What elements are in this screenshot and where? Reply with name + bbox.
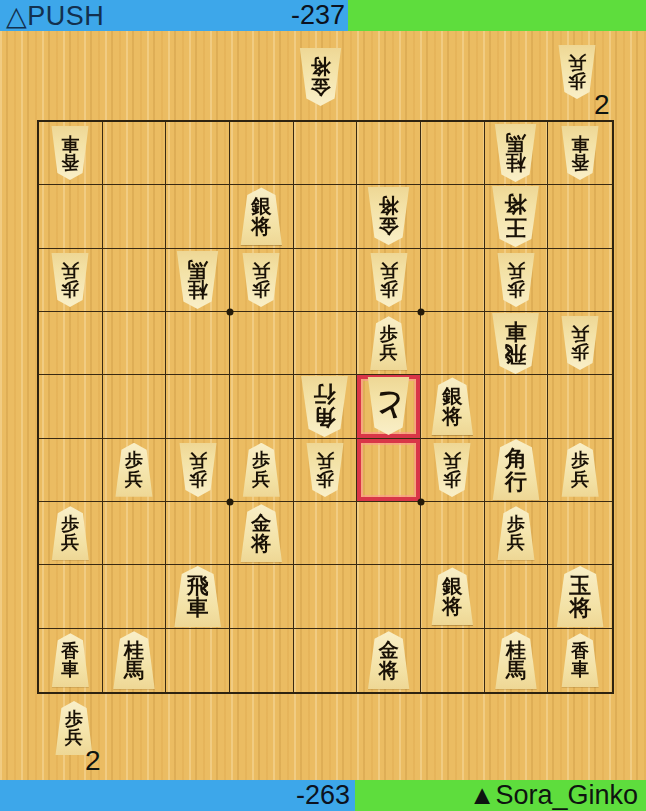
sente-eval-score: -263 (296, 780, 350, 811)
piece-kanji: 馬 (506, 133, 526, 153)
piece-kanji: 兵 (507, 261, 525, 279)
piece-kanji: 車 (61, 135, 79, 153)
square-8g[interactable] (103, 502, 167, 565)
piece-kanji: 兵 (443, 451, 461, 469)
gote-info-segment: △PUSH -237 (0, 0, 348, 31)
piece-kanji: 将 (379, 660, 399, 680)
piece-sente-歩兵[interactable]: 歩兵 (240, 443, 282, 497)
piece-sente-金将[interactable]: 金将 (365, 631, 412, 689)
square-7a[interactable] (166, 122, 230, 185)
sente-eval-segment: -263 (0, 780, 355, 811)
square-5i[interactable] (294, 629, 358, 692)
piece-kanji: 兵 (316, 451, 334, 469)
square-6c[interactable]: 歩兵 (230, 249, 294, 312)
square-8a[interactable] (103, 122, 167, 185)
square-1i[interactable]: 香車 (548, 629, 612, 692)
piece-gote-歩兵[interactable]: 歩兵 (240, 253, 282, 307)
square-6b[interactable]: 銀将 (230, 185, 294, 248)
piece-kanji: 歩 (316, 470, 334, 488)
square-5d[interactable] (294, 312, 358, 375)
square-3d[interactable] (421, 312, 485, 375)
square-8i[interactable]: 桂馬 (103, 629, 167, 692)
square-5f[interactable]: 歩兵 (294, 439, 358, 502)
square-8h[interactable] (103, 565, 167, 628)
hand-piece[interactable]: 金将 (297, 48, 344, 106)
piece-kanji: 兵 (571, 325, 589, 343)
square-7b[interactable] (166, 185, 230, 248)
square-4f[interactable] (357, 439, 421, 502)
piece-kanji: 車 (61, 660, 79, 678)
piece-kanji: 銀 (442, 576, 462, 596)
sente-info-segment: ▲Sora_Ginko (355, 780, 646, 811)
square-1f[interactable]: 歩兵 (548, 439, 612, 502)
piece-kanji: 行 (314, 384, 336, 406)
square-3g[interactable] (421, 502, 485, 565)
piece-kanji: 将 (505, 194, 527, 216)
square-3a[interactable] (421, 122, 485, 185)
piece-gote-香車[interactable]: 香車 (559, 126, 601, 180)
hoshi-dot (227, 499, 234, 506)
piece-kanji: 歩 (568, 72, 586, 90)
hand-sente-歩兵[interactable]: 歩兵2 (53, 701, 95, 755)
square-4a[interactable] (357, 122, 421, 185)
square-2f[interactable]: 角行 (485, 439, 549, 502)
piece-sente-玉将[interactable]: 玉将 (554, 566, 607, 627)
square-7e[interactable] (166, 375, 230, 438)
piece-kanji: 歩 (507, 280, 525, 298)
piece-kanji: 桂 (506, 153, 526, 173)
piece-kanji: 兵 (380, 343, 398, 361)
gote-eval-score: -237 (291, 0, 345, 31)
piece-sente-飛車[interactable]: 飛車 (171, 566, 224, 627)
square-4g[interactable] (357, 502, 421, 565)
square-2h[interactable] (485, 565, 549, 628)
square-6e[interactable] (230, 375, 294, 438)
piece-kanji: 将 (569, 596, 591, 618)
hand-gote-歩兵[interactable]: 歩兵2 (556, 45, 598, 99)
piece-kanji: 車 (187, 596, 209, 618)
sente-player-name: ▲Sora_Ginko (469, 780, 638, 811)
piece-kanji: 王 (505, 216, 527, 238)
piece-kanji: 兵 (189, 451, 207, 469)
piece-sente-金将[interactable]: 金将 (238, 504, 285, 562)
top-bar-green-segment (348, 0, 646, 31)
piece-sente-歩兵[interactable]: 歩兵 (495, 506, 537, 560)
square-1a[interactable]: 香車 (548, 122, 612, 185)
piece-sente-銀将[interactable]: 銀将 (429, 567, 476, 625)
piece-gote-金将[interactable]: 金将 (365, 187, 412, 245)
piece-kanji: 車 (505, 321, 527, 343)
piece-kanji: 歩 (380, 280, 398, 298)
piece-sente-銀将[interactable]: 銀将 (238, 187, 285, 245)
square-3f[interactable]: 歩兵 (421, 439, 485, 502)
square-8f[interactable]: 歩兵 (103, 439, 167, 502)
square-2e[interactable] (485, 375, 549, 438)
square-4i[interactable]: 金将 (357, 629, 421, 692)
piece-kanji: 馬 (506, 660, 526, 680)
square-7i[interactable] (166, 629, 230, 692)
piece-gote-歩兵[interactable]: 歩兵 (495, 253, 537, 307)
piece-kanji: 香 (571, 153, 589, 171)
piece-kanji: 玉 (569, 574, 591, 596)
square-6a[interactable] (230, 122, 294, 185)
piece-gote-歩兵[interactable]: 歩兵 (177, 443, 219, 497)
square-2d[interactable]: 飛車 (485, 312, 549, 375)
square-8b[interactable] (103, 185, 167, 248)
square-7c[interactable]: 桂馬 (166, 249, 230, 312)
hoshi-dot (227, 309, 234, 316)
piece-kanji: 角 (505, 447, 527, 469)
square-5h[interactable] (294, 565, 358, 628)
piece-gote-歩兵[interactable]: 歩兵 (559, 316, 601, 370)
piece-kanji: 馬 (188, 259, 208, 279)
square-8e[interactable] (103, 375, 167, 438)
square-4h[interactable] (357, 565, 421, 628)
piece-kanji: 将 (442, 596, 462, 616)
piece-kanji: 兵 (65, 728, 83, 746)
square-5b[interactable] (294, 185, 358, 248)
square-3e[interactable]: 銀将 (421, 375, 485, 438)
piece-kanji: 銀 (251, 196, 271, 216)
square-9d[interactable] (39, 312, 103, 375)
piece-gote-角行[interactable]: 角行 (298, 376, 351, 437)
piece-kanji: 兵 (571, 470, 589, 488)
piece-kanji: 車 (571, 135, 589, 153)
shogi-app: △PUSH -237 香車桂馬香車銀将金将王将歩兵桂馬歩兵歩兵歩兵歩兵飛車歩兵角… (0, 0, 646, 811)
piece-kanji: 桂 (124, 640, 144, 660)
piece-gote-歩兵[interactable]: 歩兵 (368, 253, 410, 307)
piece-sente-香車[interactable]: 香車 (49, 633, 91, 687)
piece-kanji: 行 (505, 470, 527, 492)
square-7h[interactable]: 飛車 (166, 565, 230, 628)
piece-kanji: 兵 (252, 261, 270, 279)
square-1e[interactable] (548, 375, 612, 438)
piece-kanji: 将 (251, 533, 271, 553)
square-6i[interactable] (230, 629, 294, 692)
piece-kanji: 香 (61, 153, 79, 171)
piece-kanji: 銀 (442, 386, 462, 406)
piece-kanji: 兵 (507, 533, 525, 551)
piece-sente-歩兵[interactable]: 歩兵 (559, 443, 601, 497)
hand-piece-count: 2 (85, 745, 101, 777)
piece-sente-香車[interactable]: 香車 (559, 633, 601, 687)
square-9f[interactable] (39, 439, 103, 502)
square-3c[interactable] (421, 249, 485, 312)
square-7f[interactable]: 歩兵 (166, 439, 230, 502)
piece-kanji: 歩 (443, 470, 461, 488)
square-9b[interactable] (39, 185, 103, 248)
square-9a[interactable]: 香車 (39, 122, 103, 185)
square-7d[interactable] (166, 312, 230, 375)
piece-kanji: 兵 (125, 470, 143, 488)
square-3h[interactable]: 銀将 (421, 565, 485, 628)
piece-kanji: 飛 (505, 343, 527, 365)
piece-sente-銀将[interactable]: 銀将 (429, 377, 476, 435)
square-2a[interactable]: 桂馬 (485, 122, 549, 185)
piece-sente-角行[interactable]: 角行 (489, 439, 542, 500)
square-6f[interactable]: 歩兵 (230, 439, 294, 502)
piece-gote-歩兵[interactable]: 歩兵 (49, 253, 91, 307)
hoshi-dot (418, 499, 425, 506)
hoshi-dot (418, 309, 425, 316)
square-6d[interactable] (230, 312, 294, 375)
square-4d[interactable]: 歩兵 (357, 312, 421, 375)
piece-kanji: 角 (314, 406, 336, 428)
square-2c[interactable]: 歩兵 (485, 249, 549, 312)
square-6h[interactable] (230, 565, 294, 628)
piece-gote-飛車[interactable]: 飛車 (489, 313, 542, 374)
piece-gote-と[interactable]: と (365, 377, 412, 435)
piece-kanji: 金 (379, 216, 399, 236)
piece-kanji: 歩 (189, 470, 207, 488)
piece-kanji: 歩 (61, 280, 79, 298)
square-2b[interactable]: 王将 (485, 185, 549, 248)
hand-piece-count: 2 (594, 89, 610, 121)
square-1b[interactable] (548, 185, 612, 248)
square-1c[interactable] (548, 249, 612, 312)
square-6g[interactable]: 金将 (230, 502, 294, 565)
piece-kanji: 将 (442, 406, 462, 426)
piece-kanji: 金 (379, 640, 399, 660)
square-1d[interactable]: 歩兵 (548, 312, 612, 375)
gote-player-name: △PUSH (6, 0, 104, 32)
piece-kanji: 桂 (188, 280, 208, 300)
square-1g[interactable] (548, 502, 612, 565)
piece-gote-桂馬[interactable]: 桂馬 (492, 124, 539, 182)
square-3b[interactable] (421, 185, 485, 248)
piece-kanji: 桂 (506, 640, 526, 660)
shogi-board: 香車桂馬香車銀将金将王将歩兵桂馬歩兵歩兵歩兵歩兵飛車歩兵角行と銀将歩兵歩兵歩兵歩… (37, 120, 614, 694)
piece-kanji: 車 (571, 660, 589, 678)
piece-kanji: 金 (251, 513, 271, 533)
piece-sente-歩兵[interactable]: 歩兵 (49, 506, 91, 560)
piece-kanji: 飛 (187, 574, 209, 596)
square-5g[interactable] (294, 502, 358, 565)
bottom-status-bar: -263 ▲Sora_Ginko (0, 780, 646, 811)
piece-sente-歩兵[interactable]: 歩兵 (113, 443, 155, 497)
square-9e[interactable] (39, 375, 103, 438)
square-3i[interactable] (421, 629, 485, 692)
piece-kanji: 将 (379, 196, 399, 216)
piece-kanji: 金 (311, 77, 331, 97)
piece-kanji: 兵 (252, 470, 270, 488)
piece-gote-歩兵[interactable]: 歩兵 (304, 443, 346, 497)
square-4b[interactable]: 金将 (357, 185, 421, 248)
piece-sente-歩兵[interactable]: 歩兵 (368, 316, 410, 370)
square-1h[interactable]: 玉将 (548, 565, 612, 628)
piece-sente-桂馬[interactable]: 桂馬 (492, 631, 539, 689)
square-4c[interactable]: 歩兵 (357, 249, 421, 312)
hand-piece[interactable]: 歩兵 (556, 45, 598, 99)
piece-kanji: 歩 (252, 280, 270, 298)
piece-gote-王将[interactable]: 王将 (489, 186, 542, 247)
piece-kanji: 兵 (61, 533, 79, 551)
hand-gote-金将[interactable]: 金将 (297, 48, 344, 106)
square-9h[interactable] (39, 565, 103, 628)
piece-kanji: 将 (311, 57, 331, 77)
square-9c[interactable]: 歩兵 (39, 249, 103, 312)
square-5e[interactable]: 角行 (294, 375, 358, 438)
square-8c[interactable] (103, 249, 167, 312)
square-5c[interactable] (294, 249, 358, 312)
piece-kanji: 馬 (124, 660, 144, 680)
piece-gote-香車[interactable]: 香車 (49, 126, 91, 180)
square-5a[interactable] (294, 122, 358, 185)
square-2i[interactable]: 桂馬 (485, 629, 549, 692)
square-4e[interactable]: と (357, 375, 421, 438)
square-9i[interactable]: 香車 (39, 629, 103, 692)
piece-gote-桂馬[interactable]: 桂馬 (174, 251, 221, 309)
square-7g[interactable] (166, 502, 230, 565)
square-8d[interactable] (103, 312, 167, 375)
piece-kanji: 歩 (571, 343, 589, 361)
piece-kanji: 兵 (568, 54, 586, 72)
square-9g[interactable]: 歩兵 (39, 502, 103, 565)
piece-kanji: 将 (251, 216, 271, 236)
piece-kanji: と (373, 391, 405, 423)
top-status-bar: △PUSH -237 (0, 0, 646, 31)
square-2g[interactable]: 歩兵 (485, 502, 549, 565)
piece-kanji: 兵 (380, 261, 398, 279)
piece-gote-歩兵[interactable]: 歩兵 (431, 443, 473, 497)
piece-kanji: 兵 (61, 261, 79, 279)
piece-sente-桂馬[interactable]: 桂馬 (110, 631, 157, 689)
